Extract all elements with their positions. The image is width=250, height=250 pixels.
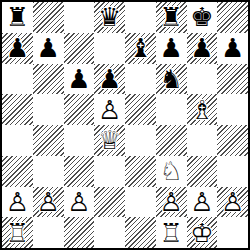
black-pawn-glyph: ♟ xyxy=(98,66,121,92)
square-c8[interactable] xyxy=(64,2,95,33)
square-c4[interactable] xyxy=(64,125,95,156)
square-f6[interactable]: ♞ xyxy=(156,64,187,95)
black-queen-glyph: ♛ xyxy=(98,4,121,30)
black-pawn-glyph: ♟ xyxy=(190,35,213,61)
black-knight-glyph: ♞ xyxy=(159,66,182,92)
black-rook-glyph: ♜ xyxy=(6,4,29,30)
square-d7[interactable] xyxy=(94,33,125,64)
piece-black-pawn[interactable]: ♟ xyxy=(187,33,218,64)
square-g5[interactable]: ♝♗ xyxy=(187,94,218,125)
white-pawn-outline-glyph: ♙ xyxy=(159,189,182,215)
piece-black-rook[interactable]: ♜ xyxy=(156,2,187,33)
piece-white-bishop[interactable]: ♝♗ xyxy=(187,94,218,125)
white-pawn-outline-glyph: ♙ xyxy=(221,189,244,215)
square-h6[interactable] xyxy=(217,64,248,95)
square-c2[interactable]: ♟♙ xyxy=(64,187,95,218)
white-rook-outline-glyph: ♖ xyxy=(159,220,182,246)
square-h5[interactable] xyxy=(217,94,248,125)
square-h7[interactable]: ♟ xyxy=(217,33,248,64)
square-a3[interactable] xyxy=(2,156,33,187)
piece-white-rook[interactable]: ♜♖ xyxy=(2,217,33,248)
piece-white-pawn[interactable]: ♟♙ xyxy=(187,187,218,218)
piece-white-pawn[interactable]: ♟♙ xyxy=(64,187,95,218)
piece-black-pawn[interactable]: ♟ xyxy=(156,33,187,64)
white-pawn-outline-glyph: ♙ xyxy=(98,97,121,123)
white-king-outline-glyph: ♔ xyxy=(190,220,213,246)
white-bishop-outline-glyph: ♗ xyxy=(190,97,213,123)
black-rook-glyph: ♜ xyxy=(159,4,182,30)
square-d8[interactable]: ♛ xyxy=(94,2,125,33)
square-b2[interactable]: ♟♙ xyxy=(33,187,64,218)
square-a4[interactable] xyxy=(2,125,33,156)
square-e4[interactable] xyxy=(125,125,156,156)
square-e1[interactable] xyxy=(125,217,156,248)
square-c5[interactable] xyxy=(64,94,95,125)
square-a7[interactable]: ♟ xyxy=(2,33,33,64)
square-e6[interactable] xyxy=(125,64,156,95)
square-f1[interactable]: ♜♖ xyxy=(156,217,187,248)
square-f2[interactable]: ♟♙ xyxy=(156,187,187,218)
square-e8[interactable] xyxy=(125,2,156,33)
square-g2[interactable]: ♟♙ xyxy=(187,187,218,218)
square-c6[interactable]: ♟ xyxy=(64,64,95,95)
chess-board: ♜♛♜♚♟♟♝♟♟♟♟♟♞♟♙♝♗♛♕♞♘♟♙♟♙♟♙♟♙♟♙♟♙♜♖♜♖♚♔ xyxy=(0,0,250,250)
black-pawn-glyph: ♟ xyxy=(36,35,59,61)
square-b6[interactable] xyxy=(33,64,64,95)
square-g8[interactable]: ♚ xyxy=(187,2,218,33)
piece-black-pawn[interactable]: ♟ xyxy=(64,64,95,95)
square-h3[interactable] xyxy=(217,156,248,187)
white-pawn-outline-glyph: ♙ xyxy=(36,189,59,215)
square-e5[interactable] xyxy=(125,94,156,125)
square-h2[interactable]: ♟♙ xyxy=(217,187,248,218)
square-a8[interactable]: ♜ xyxy=(2,2,33,33)
white-pawn-outline-glyph: ♙ xyxy=(6,189,29,215)
piece-black-pawn[interactable]: ♟ xyxy=(33,33,64,64)
square-a2[interactable]: ♟♙ xyxy=(2,187,33,218)
square-d5[interactable]: ♟♙ xyxy=(94,94,125,125)
piece-black-queen[interactable]: ♛ xyxy=(94,2,125,33)
black-king-glyph: ♚ xyxy=(190,4,213,30)
square-g6[interactable] xyxy=(187,64,218,95)
piece-white-knight[interactable]: ♞♘ xyxy=(156,156,187,187)
square-h4[interactable] xyxy=(217,125,248,156)
piece-black-knight[interactable]: ♞ xyxy=(156,64,187,95)
piece-white-rook[interactable]: ♜♖ xyxy=(156,217,187,248)
square-e3[interactable] xyxy=(125,156,156,187)
piece-black-bishop[interactable]: ♝ xyxy=(125,33,156,64)
square-a1[interactable]: ♜♖ xyxy=(2,217,33,248)
square-h8[interactable] xyxy=(217,2,248,33)
square-b4[interactable] xyxy=(33,125,64,156)
piece-black-pawn[interactable]: ♟ xyxy=(217,33,248,64)
square-b7[interactable]: ♟ xyxy=(33,33,64,64)
square-c7[interactable] xyxy=(64,33,95,64)
square-d2[interactable] xyxy=(94,187,125,218)
square-g7[interactable]: ♟ xyxy=(187,33,218,64)
piece-white-pawn[interactable]: ♟♙ xyxy=(2,187,33,218)
piece-black-king[interactable]: ♚ xyxy=(187,2,218,33)
square-b3[interactable] xyxy=(33,156,64,187)
white-pawn-outline-glyph: ♙ xyxy=(67,189,90,215)
white-pawn-outline-glyph: ♙ xyxy=(190,189,213,215)
square-g3[interactable] xyxy=(187,156,218,187)
piece-black-pawn[interactable]: ♟ xyxy=(2,33,33,64)
square-e2[interactable] xyxy=(125,187,156,218)
square-d4[interactable]: ♛♕ xyxy=(94,125,125,156)
square-a6[interactable] xyxy=(2,64,33,95)
white-rook-outline-glyph: ♖ xyxy=(6,220,29,246)
black-pawn-glyph: ♟ xyxy=(67,66,90,92)
piece-white-pawn[interactable]: ♟♙ xyxy=(156,187,187,218)
square-b5[interactable] xyxy=(33,94,64,125)
piece-black-rook[interactable]: ♜ xyxy=(2,2,33,33)
square-f3[interactable]: ♞♘ xyxy=(156,156,187,187)
piece-white-pawn[interactable]: ♟♙ xyxy=(33,187,64,218)
square-c1[interactable] xyxy=(64,217,95,248)
square-a5[interactable] xyxy=(2,94,33,125)
black-pawn-glyph: ♟ xyxy=(159,35,182,61)
square-h1[interactable] xyxy=(217,217,248,248)
black-pawn-glyph: ♟ xyxy=(6,35,29,61)
square-b8[interactable] xyxy=(33,2,64,33)
piece-white-king[interactable]: ♚♔ xyxy=(187,217,218,248)
square-d6[interactable]: ♟ xyxy=(94,64,125,95)
square-f4[interactable] xyxy=(156,125,187,156)
square-d1[interactable] xyxy=(94,217,125,248)
square-b1[interactable] xyxy=(33,217,64,248)
piece-black-pawn[interactable]: ♟ xyxy=(94,64,125,95)
square-f8[interactable]: ♜ xyxy=(156,2,187,33)
piece-white-pawn[interactable]: ♟♙ xyxy=(94,94,125,125)
white-queen-outline-glyph: ♕ xyxy=(98,127,121,153)
square-g1[interactable]: ♚♔ xyxy=(187,217,218,248)
piece-white-pawn[interactable]: ♟♙ xyxy=(217,187,248,218)
black-pawn-glyph: ♟ xyxy=(221,35,244,61)
square-e7[interactable]: ♝ xyxy=(125,33,156,64)
piece-white-queen[interactable]: ♛♕ xyxy=(94,125,125,156)
white-knight-outline-glyph: ♘ xyxy=(159,158,182,184)
square-f7[interactable]: ♟ xyxy=(156,33,187,64)
square-f5[interactable] xyxy=(156,94,187,125)
square-d3[interactable] xyxy=(94,156,125,187)
square-c3[interactable] xyxy=(64,156,95,187)
square-g4[interactable] xyxy=(187,125,218,156)
black-bishop-glyph: ♝ xyxy=(129,35,152,61)
